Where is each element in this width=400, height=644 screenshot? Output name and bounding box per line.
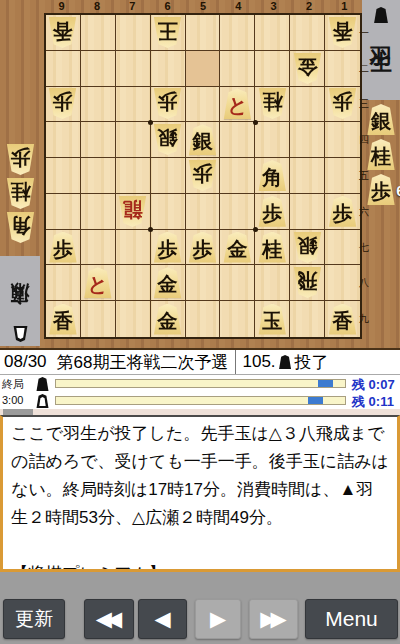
square-3三[interactable]: 桂 (255, 87, 290, 123)
gote-piece-銀[interactable]: 銀 (293, 232, 322, 263)
square-4六[interactable] (220, 194, 255, 230)
square-7二[interactable] (116, 51, 151, 87)
square-5九[interactable] (186, 301, 221, 337)
square-5八[interactable] (186, 265, 221, 301)
clock-panel: 終局残 0:073:00残 0:11 (0, 375, 400, 409)
square-9五[interactable] (46, 158, 81, 194)
sente-piece-と[interactable]: と (83, 267, 112, 298)
gote-piece-歩[interactable]: 歩 (328, 88, 357, 119)
piece-glyph: 歩 (192, 164, 212, 184)
star-point (253, 120, 258, 125)
square-5六[interactable] (186, 194, 221, 230)
sente-piece-桂[interactable]: 桂 (258, 232, 287, 263)
rank-label-九: 九 (357, 301, 371, 337)
square-7六[interactable]: 龍 (116, 194, 151, 230)
gote-piece-龍[interactable]: 龍 (118, 196, 147, 227)
square-8七[interactable] (81, 230, 116, 266)
square-2六[interactable] (290, 194, 325, 230)
square-1九[interactable]: 香 (325, 301, 360, 337)
time-bar (55, 396, 346, 405)
square-6二[interactable] (151, 51, 186, 87)
square-9六[interactable] (46, 194, 81, 230)
hand-count: 6 (396, 182, 400, 199)
time-bar-marker (318, 380, 333, 387)
square-9一[interactable]: 香 (46, 15, 81, 51)
sente-piece-金[interactable]: 金 (223, 232, 252, 263)
piece-glyph: 桂 (371, 146, 391, 166)
square-2九[interactable] (290, 301, 325, 337)
square-2一[interactable] (290, 15, 325, 51)
piece-glyph: 歩 (53, 92, 73, 112)
piece-glyph: 香 (333, 311, 353, 331)
gote-piece-飛[interactable]: 飛 (293, 267, 322, 298)
square-2三[interactable] (290, 87, 325, 123)
piece-glyph: 歩 (192, 239, 212, 259)
piece-glyph: 銀 (371, 111, 391, 131)
sente-piece-歩[interactable]: 歩 (48, 232, 77, 263)
rank-label-三: 三 (357, 87, 371, 123)
sente-piece-香[interactable]: 香 (48, 304, 77, 335)
file-label-3: 3 (256, 0, 291, 13)
piece-glyph: 金 (227, 239, 247, 259)
square-3九[interactable]: 玉 (255, 301, 290, 337)
square-3八[interactable] (255, 265, 290, 301)
square-8二[interactable] (81, 51, 116, 87)
rank-labels: 一二三四五六七八九 (357, 15, 371, 337)
gote-piece-歩[interactable]: 歩 (48, 88, 77, 119)
sente-piece-icon (374, 7, 389, 23)
gote-piece-香[interactable]: 香 (48, 17, 77, 48)
time-bar-marker (308, 397, 323, 404)
square-4三[interactable]: と (220, 87, 255, 123)
file-label-2: 2 (291, 0, 326, 13)
file-label-8: 8 (79, 0, 114, 13)
piece-glyph: 桂 (262, 239, 282, 259)
square-1六[interactable]: 歩 (325, 194, 360, 230)
square-1七[interactable] (325, 230, 360, 266)
previous-move-button[interactable]: ◀ (138, 599, 187, 639)
sente-piece-と[interactable]: と (223, 88, 252, 119)
piece-glyph: 金 (158, 274, 178, 294)
rank-label-一: 一 (357, 15, 371, 51)
square-8八[interactable]: と (81, 265, 116, 301)
gote-hand-歩[interactable]: 歩 (6, 144, 35, 175)
square-8四[interactable] (81, 122, 116, 158)
square-4二[interactable] (220, 51, 255, 87)
square-3二[interactable] (255, 51, 290, 87)
file-label-1: 1 (327, 0, 362, 13)
gote-captured-tray: 歩桂角 (0, 144, 40, 243)
square-1四[interactable] (325, 122, 360, 158)
square-3四[interactable] (255, 122, 290, 158)
square-7四[interactable] (116, 122, 151, 158)
square-3五[interactable]: 角 (255, 158, 290, 194)
piece-glyph: 歩 (262, 203, 282, 223)
last-move-button[interactable]: ▶▶ (249, 599, 298, 639)
square-9三[interactable]: 歩 (46, 87, 81, 123)
piece-glyph: 飛 (297, 271, 317, 291)
file-label-6: 6 (150, 0, 185, 13)
square-5五[interactable]: 歩 (186, 158, 221, 194)
commentary-area[interactable]: ここで羽生が投了した。先手玉は△３八飛成までの詰めろで、受けても一手一手。後手玉… (0, 415, 400, 572)
next-move-button[interactable]: ▶ (195, 599, 241, 639)
file-label-4: 4 (221, 0, 256, 13)
square-8三[interactable] (81, 87, 116, 123)
piece-glyph: 銀 (192, 131, 212, 151)
square-7五[interactable] (116, 158, 151, 194)
piece-glyph: 桂 (262, 92, 282, 112)
square-5四[interactable]: 銀 (186, 122, 221, 158)
piece-glyph: 歩 (158, 92, 178, 112)
square-1八[interactable] (325, 265, 360, 301)
clock-label: 終局 (2, 377, 34, 392)
piece-glyph: 王 (158, 21, 178, 41)
piece-glyph: 玉 (262, 311, 282, 331)
gote-hand-角[interactable]: 角 (6, 212, 35, 243)
current-move: 105. 投了 (242, 351, 328, 374)
piece-glyph: と (88, 274, 108, 294)
gote-player-panel: 広瀬 (0, 256, 40, 346)
gote-hand-桂[interactable]: 桂 (6, 178, 35, 209)
piece-glyph: 角 (10, 216, 30, 236)
menu-button[interactable]: Menu (305, 599, 398, 639)
file-label-9: 9 (44, 0, 79, 13)
square-2七[interactable]: 銀 (290, 230, 325, 266)
square-6一[interactable]: 王 (151, 15, 186, 51)
piece-glyph: 龍 (123, 200, 143, 220)
piece-glyph: 香 (53, 21, 73, 41)
sente-piece-金[interactable]: 金 (153, 304, 182, 335)
file-label-7: 7 (115, 0, 150, 13)
gote-piece-歩[interactable]: 歩 (188, 160, 217, 191)
square-6四[interactable]: 銀 (151, 122, 186, 158)
sente-clock-icon (36, 377, 49, 391)
square-7九[interactable] (116, 301, 151, 337)
square-8一[interactable] (81, 15, 116, 51)
square-5三[interactable] (186, 87, 221, 123)
piece-glyph: 歩 (10, 148, 30, 168)
square-5一[interactable] (186, 15, 221, 51)
sente-piece-歩[interactable]: 歩 (188, 232, 217, 263)
piece-glyph: 金 (297, 57, 317, 77)
clock-row-gote: 3:00残 0:11 (0, 392, 400, 409)
gote-clock-icon (36, 394, 49, 408)
piece-glyph: 歩 (371, 181, 391, 201)
square-9四[interactable] (46, 122, 81, 158)
piece-glyph: 歩 (158, 239, 178, 259)
gote-piece-歩[interactable]: 歩 (153, 88, 182, 119)
square-1五[interactable] (325, 158, 360, 194)
commentary-paragraph: 【将棋プレミアム】 (11, 560, 389, 572)
sente-piece-歩[interactable]: 歩 (258, 196, 287, 227)
square-9七[interactable]: 歩 (46, 230, 81, 266)
gote-piece-香[interactable]: 香 (328, 17, 357, 48)
gote-piece-桂[interactable]: 桂 (6, 178, 35, 209)
square-2二[interactable]: 金 (290, 51, 325, 87)
star-point (148, 120, 153, 125)
square-3六[interactable]: 歩 (255, 194, 290, 230)
gote-piece-歩[interactable]: 歩 (6, 144, 35, 175)
square-6八[interactable]: 金 (151, 265, 186, 301)
gote-player-name: 広瀬 (7, 317, 33, 321)
square-9八[interactable] (46, 265, 81, 301)
piece-glyph: 香 (53, 311, 73, 331)
square-1三[interactable]: 歩 (325, 87, 360, 123)
gote-piece-金[interactable]: 金 (293, 53, 322, 84)
sente-move-icon (279, 355, 292, 369)
time-bar (55, 379, 346, 388)
square-4八[interactable] (220, 265, 255, 301)
piece-glyph: と (227, 95, 247, 115)
divider (235, 350, 236, 374)
square-8五[interactable] (81, 158, 116, 194)
square-9九[interactable]: 香 (46, 301, 81, 337)
piece-glyph: 金 (158, 311, 178, 331)
square-4七[interactable]: 金 (220, 230, 255, 266)
move-action: 投了 (295, 351, 329, 374)
gote-piece-角[interactable]: 角 (6, 212, 35, 243)
square-3七[interactable]: 桂 (255, 230, 290, 266)
square-2八[interactable]: 飛 (290, 265, 325, 301)
square-6七[interactable]: 歩 (151, 230, 186, 266)
star-point (253, 227, 258, 232)
commentary-paragraph: ここで羽生が投了した。先手玉は△３八飛成までの詰めろで、受けても一手一手。後手玉… (11, 420, 389, 532)
sente-piece-歩[interactable]: 歩 (153, 232, 182, 263)
event-title: 第68期王将戦二次予選 (57, 351, 229, 374)
piece-glyph: 歩 (333, 92, 353, 112)
square-7七[interactable] (116, 230, 151, 266)
piece-glyph: 歩 (53, 239, 73, 259)
piece-glyph: 桂 (10, 182, 30, 202)
gote-piece-王[interactable]: 王 (153, 17, 182, 48)
square-5二[interactable] (186, 51, 221, 87)
sente-piece-香[interactable]: 香 (328, 304, 357, 335)
square-4五[interactable] (220, 158, 255, 194)
rank-label-四: 四 (357, 122, 371, 158)
move-number: 105. (242, 352, 275, 372)
update-button[interactable]: 更新 (3, 599, 65, 639)
square-6三[interactable]: 歩 (151, 87, 186, 123)
gote-piece-桂[interactable]: 桂 (258, 88, 287, 119)
rank-label-五: 五 (357, 158, 371, 194)
square-4一[interactable] (220, 15, 255, 51)
sente-piece-玉[interactable]: 玉 (258, 304, 287, 335)
board: 香王香金歩歩と桂歩銀銀歩角龍歩歩歩歩歩金桂銀と金飛香金玉香 (44, 13, 362, 339)
square-2四[interactable] (290, 122, 325, 158)
piece-glyph: 銀 (297, 236, 317, 256)
square-5七[interactable]: 歩 (186, 230, 221, 266)
sente-piece-銀[interactable]: 銀 (188, 124, 217, 155)
file-label-5: 5 (185, 0, 220, 13)
square-8九[interactable] (81, 301, 116, 337)
game-date: 08/30 (4, 352, 47, 372)
square-6九[interactable]: 金 (151, 301, 186, 337)
square-1一[interactable]: 香 (325, 15, 360, 51)
square-6六[interactable] (151, 194, 186, 230)
square-9二[interactable] (46, 51, 81, 87)
square-2五[interactable] (290, 158, 325, 194)
rank-label-八: 八 (357, 265, 371, 301)
rank-label-二: 二 (357, 51, 371, 87)
square-8六[interactable] (81, 194, 116, 230)
first-move-button[interactable]: ◀◀ (84, 599, 134, 639)
file-labels: 987654321 (44, 0, 362, 13)
piece-glyph: 銀 (158, 128, 178, 148)
square-7八[interactable] (116, 265, 151, 301)
sente-piece-角[interactable]: 角 (258, 160, 287, 191)
square-3一[interactable] (255, 15, 290, 51)
piece-glyph: 歩 (333, 203, 353, 223)
piece-glyph: 香 (333, 21, 353, 41)
gote-piece-icon (13, 326, 28, 342)
square-1二[interactable] (325, 51, 360, 87)
clock-row-sente: 終局残 0:07 (0, 375, 400, 392)
square-4九[interactable] (220, 301, 255, 337)
square-7一[interactable] (116, 15, 151, 51)
square-6五[interactable] (151, 158, 186, 194)
rank-label-七: 七 (357, 230, 371, 266)
clock-label: 3:00 (2, 394, 34, 406)
shogi-app: 987654321 香王香金歩歩と桂歩銀銀歩角龍歩歩歩歩歩金桂銀と金飛香金玉香 … (0, 0, 400, 644)
square-7三[interactable] (116, 87, 151, 123)
rank-label-六: 六 (357, 194, 371, 230)
square-4四[interactable] (220, 122, 255, 158)
gote-piece-銀[interactable]: 銀 (153, 124, 182, 155)
piece-glyph: 角 (262, 167, 282, 187)
sente-piece-歩[interactable]: 歩 (328, 196, 357, 227)
game-info-bar: 08/30 第68期王将戦二次予選 105. 投了 (0, 348, 400, 375)
sente-piece-金[interactable]: 金 (153, 267, 182, 298)
